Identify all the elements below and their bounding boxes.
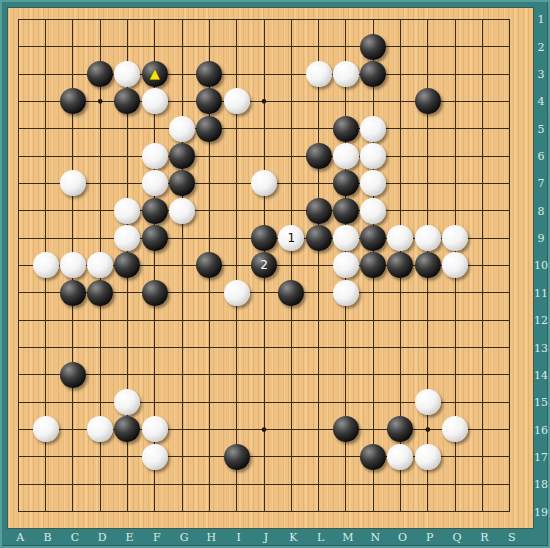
- board-intersection-D17[interactable]: [87, 443, 114, 470]
- board-intersection-F2[interactable]: [141, 33, 168, 60]
- board-intersection-K14[interactable]: [278, 361, 305, 388]
- board-intersection-J2[interactable]: [250, 33, 277, 60]
- board-intersection-K2[interactable]: [278, 33, 305, 60]
- board-intersection-L15[interactable]: [305, 388, 332, 415]
- board-intersection-E13[interactable]: [114, 334, 141, 361]
- board-intersection-P11[interactable]: [414, 279, 441, 306]
- board-intersection-N18[interactable]: [360, 470, 387, 497]
- board-intersection-J9[interactable]: [250, 224, 277, 251]
- board-intersection-N14[interactable]: [360, 361, 387, 388]
- board-intersection-K15[interactable]: [278, 388, 305, 415]
- board-intersection-Q10[interactable]: [441, 252, 468, 279]
- board-intersection-Q14[interactable]: [441, 361, 468, 388]
- board-intersection-E19[interactable]: [114, 498, 141, 525]
- board-intersection-H16[interactable]: [196, 416, 223, 443]
- board-intersection-O7[interactable]: [387, 170, 414, 197]
- board-intersection-H11[interactable]: [196, 279, 223, 306]
- board-intersection-C17[interactable]: [59, 443, 86, 470]
- board-intersection-G7[interactable]: [168, 170, 195, 197]
- board-intersection-F7[interactable]: [141, 170, 168, 197]
- board-intersection-R16[interactable]: [469, 416, 496, 443]
- board-intersection-K11[interactable]: [278, 279, 305, 306]
- board-intersection-S4[interactable]: [496, 88, 523, 115]
- board-intersection-B13[interactable]: [32, 334, 59, 361]
- board-intersection-L17[interactable]: [305, 443, 332, 470]
- board-intersection-J8[interactable]: [250, 197, 277, 224]
- board-intersection-Q16[interactable]: [441, 416, 468, 443]
- board-intersection-H13[interactable]: [196, 334, 223, 361]
- board-intersection-K3[interactable]: [278, 60, 305, 87]
- board-intersection-N2[interactable]: [360, 33, 387, 60]
- board-intersection-H9[interactable]: [196, 224, 223, 251]
- board-intersection-M12[interactable]: [332, 306, 359, 333]
- board-intersection-M14[interactable]: [332, 361, 359, 388]
- board-intersection-K17[interactable]: [278, 443, 305, 470]
- board-intersection-D15[interactable]: [87, 388, 114, 415]
- board-intersection-A10[interactable]: [5, 252, 32, 279]
- board-intersection-A14[interactable]: [5, 361, 32, 388]
- board-intersection-I2[interactable]: [223, 33, 250, 60]
- board-intersection-F15[interactable]: [141, 388, 168, 415]
- board-intersection-N8[interactable]: [360, 197, 387, 224]
- board-intersection-G1[interactable]: [168, 6, 195, 33]
- board-intersection-J1[interactable]: [250, 6, 277, 33]
- board-intersection-I6[interactable]: [223, 142, 250, 169]
- board-intersection-Q11[interactable]: [441, 279, 468, 306]
- board-intersection-L12[interactable]: [305, 306, 332, 333]
- board-intersection-M9[interactable]: [332, 224, 359, 251]
- board-intersection-C2[interactable]: [59, 33, 86, 60]
- board-intersection-P15[interactable]: [414, 388, 441, 415]
- board-intersection-I14[interactable]: [223, 361, 250, 388]
- board-intersection-R2[interactable]: [469, 33, 496, 60]
- board-intersection-O14[interactable]: [387, 361, 414, 388]
- board-intersection-S5[interactable]: [496, 115, 523, 142]
- board-intersection-N16[interactable]: [360, 416, 387, 443]
- board-intersection-L1[interactable]: [305, 6, 332, 33]
- board-intersection-P7[interactable]: [414, 170, 441, 197]
- board-intersection-A4[interactable]: [5, 88, 32, 115]
- board-intersection-S7[interactable]: [496, 170, 523, 197]
- board-intersection-O16[interactable]: [387, 416, 414, 443]
- board-intersection-R10[interactable]: [469, 252, 496, 279]
- board-intersection-P17[interactable]: [414, 443, 441, 470]
- board-intersection-H4[interactable]: [196, 88, 223, 115]
- board-intersection-C5[interactable]: [59, 115, 86, 142]
- board-intersection-Q13[interactable]: [441, 334, 468, 361]
- board-grid[interactable]: ▲12: [5, 6, 524, 526]
- board-intersection-O9[interactable]: [387, 224, 414, 251]
- board-intersection-S3[interactable]: [496, 60, 523, 87]
- board-intersection-K5[interactable]: [278, 115, 305, 142]
- board-intersection-K10[interactable]: [278, 252, 305, 279]
- board-intersection-J16[interactable]: [250, 416, 277, 443]
- board-intersection-F9[interactable]: [141, 224, 168, 251]
- board-intersection-G10[interactable]: [168, 252, 195, 279]
- board-intersection-S8[interactable]: [496, 197, 523, 224]
- board-intersection-H2[interactable]: [196, 33, 223, 60]
- board-intersection-F6[interactable]: [141, 142, 168, 169]
- board-intersection-R19[interactable]: [469, 498, 496, 525]
- board-intersection-J4[interactable]: [250, 88, 277, 115]
- board-intersection-E7[interactable]: [114, 170, 141, 197]
- board-intersection-B5[interactable]: [32, 115, 59, 142]
- board-intersection-M15[interactable]: [332, 388, 359, 415]
- board-intersection-O17[interactable]: [387, 443, 414, 470]
- board-intersection-G13[interactable]: [168, 334, 195, 361]
- board-intersection-G3[interactable]: [168, 60, 195, 87]
- board-intersection-C4[interactable]: [59, 88, 86, 115]
- board-intersection-A15[interactable]: [5, 388, 32, 415]
- board-intersection-N15[interactable]: [360, 388, 387, 415]
- board-intersection-M2[interactable]: [332, 33, 359, 60]
- board-intersection-C7[interactable]: [59, 170, 86, 197]
- board-intersection-E12[interactable]: [114, 306, 141, 333]
- board-intersection-D14[interactable]: [87, 361, 114, 388]
- board-intersection-N7[interactable]: [360, 170, 387, 197]
- board-intersection-S19[interactable]: [496, 498, 523, 525]
- board-intersection-L11[interactable]: [305, 279, 332, 306]
- board-intersection-H5[interactable]: [196, 115, 223, 142]
- board-intersection-L2[interactable]: [305, 33, 332, 60]
- board-intersection-A2[interactable]: [5, 33, 32, 60]
- board-intersection-Q1[interactable]: [441, 6, 468, 33]
- board-intersection-P12[interactable]: [414, 306, 441, 333]
- board-intersection-E11[interactable]: [114, 279, 141, 306]
- board-intersection-G2[interactable]: [168, 33, 195, 60]
- board-intersection-G18[interactable]: [168, 470, 195, 497]
- board-intersection-B4[interactable]: [32, 88, 59, 115]
- board-intersection-R9[interactable]: [469, 224, 496, 251]
- board-intersection-C6[interactable]: [59, 142, 86, 169]
- board-intersection-D12[interactable]: [87, 306, 114, 333]
- board-intersection-R5[interactable]: [469, 115, 496, 142]
- board-intersection-K9[interactable]: 1: [278, 224, 305, 251]
- board-intersection-P9[interactable]: [414, 224, 441, 251]
- board-intersection-Q18[interactable]: [441, 470, 468, 497]
- board-intersection-I4[interactable]: [223, 88, 250, 115]
- board-intersection-J11[interactable]: [250, 279, 277, 306]
- board-intersection-I18[interactable]: [223, 470, 250, 497]
- board-intersection-C16[interactable]: [59, 416, 86, 443]
- board-intersection-D8[interactable]: [87, 197, 114, 224]
- board-intersection-M19[interactable]: [332, 498, 359, 525]
- board-intersection-D1[interactable]: [87, 6, 114, 33]
- board-intersection-L13[interactable]: [305, 334, 332, 361]
- board-intersection-Q4[interactable]: [441, 88, 468, 115]
- board-intersection-F1[interactable]: [141, 6, 168, 33]
- board-intersection-E6[interactable]: [114, 142, 141, 169]
- board-intersection-I12[interactable]: [223, 306, 250, 333]
- board-intersection-A8[interactable]: [5, 197, 32, 224]
- board-intersection-B17[interactable]: [32, 443, 59, 470]
- board-intersection-L16[interactable]: [305, 416, 332, 443]
- board-intersection-S6[interactable]: [496, 142, 523, 169]
- board-intersection-N6[interactable]: [360, 142, 387, 169]
- board-intersection-B10[interactable]: [32, 252, 59, 279]
- board-intersection-Q15[interactable]: [441, 388, 468, 415]
- board-intersection-M1[interactable]: [332, 6, 359, 33]
- board-intersection-D4[interactable]: [87, 88, 114, 115]
- board-intersection-R14[interactable]: [469, 361, 496, 388]
- board-intersection-P2[interactable]: [414, 33, 441, 60]
- board-intersection-A3[interactable]: [5, 60, 32, 87]
- board-intersection-O11[interactable]: [387, 279, 414, 306]
- board-intersection-I19[interactable]: [223, 498, 250, 525]
- board-intersection-C8[interactable]: [59, 197, 86, 224]
- go-board[interactable]: ▲12: [8, 8, 533, 528]
- board-intersection-F12[interactable]: [141, 306, 168, 333]
- board-intersection-E4[interactable]: [114, 88, 141, 115]
- board-intersection-I17[interactable]: [223, 443, 250, 470]
- board-intersection-S10[interactable]: [496, 252, 523, 279]
- board-intersection-E17[interactable]: [114, 443, 141, 470]
- board-intersection-A9[interactable]: [5, 224, 32, 251]
- board-intersection-M17[interactable]: [332, 443, 359, 470]
- board-intersection-I15[interactable]: [223, 388, 250, 415]
- board-intersection-O3[interactable]: [387, 60, 414, 87]
- board-intersection-J15[interactable]: [250, 388, 277, 415]
- board-intersection-P14[interactable]: [414, 361, 441, 388]
- board-intersection-H10[interactable]: [196, 252, 223, 279]
- board-intersection-E9[interactable]: [114, 224, 141, 251]
- board-intersection-G17[interactable]: [168, 443, 195, 470]
- board-intersection-L10[interactable]: [305, 252, 332, 279]
- board-intersection-J5[interactable]: [250, 115, 277, 142]
- board-intersection-J19[interactable]: [250, 498, 277, 525]
- board-intersection-Q5[interactable]: [441, 115, 468, 142]
- board-intersection-E14[interactable]: [114, 361, 141, 388]
- board-intersection-G11[interactable]: [168, 279, 195, 306]
- board-intersection-P6[interactable]: [414, 142, 441, 169]
- board-intersection-I13[interactable]: [223, 334, 250, 361]
- board-intersection-D13[interactable]: [87, 334, 114, 361]
- board-intersection-H8[interactable]: [196, 197, 223, 224]
- board-intersection-A7[interactable]: [5, 170, 32, 197]
- board-intersection-H15[interactable]: [196, 388, 223, 415]
- board-intersection-L18[interactable]: [305, 470, 332, 497]
- board-intersection-D11[interactable]: [87, 279, 114, 306]
- board-intersection-P10[interactable]: [414, 252, 441, 279]
- board-intersection-B3[interactable]: [32, 60, 59, 87]
- board-intersection-M4[interactable]: [332, 88, 359, 115]
- board-intersection-K1[interactable]: [278, 6, 305, 33]
- board-intersection-B18[interactable]: [32, 470, 59, 497]
- board-intersection-B15[interactable]: [32, 388, 59, 415]
- board-intersection-M6[interactable]: [332, 142, 359, 169]
- board-intersection-D3[interactable]: [87, 60, 114, 87]
- board-intersection-O6[interactable]: [387, 142, 414, 169]
- board-intersection-J3[interactable]: [250, 60, 277, 87]
- board-intersection-C18[interactable]: [59, 470, 86, 497]
- board-intersection-N1[interactable]: [360, 6, 387, 33]
- board-intersection-C9[interactable]: [59, 224, 86, 251]
- board-intersection-S13[interactable]: [496, 334, 523, 361]
- board-intersection-F16[interactable]: [141, 416, 168, 443]
- board-intersection-J6[interactable]: [250, 142, 277, 169]
- board-intersection-F13[interactable]: [141, 334, 168, 361]
- board-intersection-L9[interactable]: [305, 224, 332, 251]
- board-intersection-E3[interactable]: [114, 60, 141, 87]
- board-intersection-C15[interactable]: [59, 388, 86, 415]
- board-intersection-L3[interactable]: [305, 60, 332, 87]
- board-intersection-K6[interactable]: [278, 142, 305, 169]
- board-intersection-K16[interactable]: [278, 416, 305, 443]
- board-intersection-J13[interactable]: [250, 334, 277, 361]
- board-intersection-E1[interactable]: [114, 6, 141, 33]
- board-intersection-K8[interactable]: [278, 197, 305, 224]
- board-intersection-K12[interactable]: [278, 306, 305, 333]
- board-intersection-B8[interactable]: [32, 197, 59, 224]
- board-intersection-F11[interactable]: [141, 279, 168, 306]
- board-intersection-M10[interactable]: [332, 252, 359, 279]
- board-intersection-Q19[interactable]: [441, 498, 468, 525]
- board-intersection-C11[interactable]: [59, 279, 86, 306]
- board-intersection-O15[interactable]: [387, 388, 414, 415]
- board-intersection-F14[interactable]: [141, 361, 168, 388]
- board-intersection-O13[interactable]: [387, 334, 414, 361]
- board-intersection-G9[interactable]: [168, 224, 195, 251]
- board-intersection-O2[interactable]: [387, 33, 414, 60]
- board-intersection-M11[interactable]: [332, 279, 359, 306]
- board-intersection-O19[interactable]: [387, 498, 414, 525]
- board-intersection-J18[interactable]: [250, 470, 277, 497]
- board-intersection-R13[interactable]: [469, 334, 496, 361]
- board-intersection-O1[interactable]: [387, 6, 414, 33]
- board-intersection-G6[interactable]: [168, 142, 195, 169]
- board-intersection-J17[interactable]: [250, 443, 277, 470]
- board-intersection-R1[interactable]: [469, 6, 496, 33]
- board-intersection-B1[interactable]: [32, 6, 59, 33]
- board-intersection-S11[interactable]: [496, 279, 523, 306]
- board-intersection-Q6[interactable]: [441, 142, 468, 169]
- board-intersection-I1[interactable]: [223, 6, 250, 33]
- board-intersection-N10[interactable]: [360, 252, 387, 279]
- board-intersection-R12[interactable]: [469, 306, 496, 333]
- board-intersection-H7[interactable]: [196, 170, 223, 197]
- board-intersection-S18[interactable]: [496, 470, 523, 497]
- board-intersection-B14[interactable]: [32, 361, 59, 388]
- board-intersection-H19[interactable]: [196, 498, 223, 525]
- board-intersection-F10[interactable]: [141, 252, 168, 279]
- board-intersection-B12[interactable]: [32, 306, 59, 333]
- board-intersection-G4[interactable]: [168, 88, 195, 115]
- board-intersection-N17[interactable]: [360, 443, 387, 470]
- board-intersection-F19[interactable]: [141, 498, 168, 525]
- board-intersection-C12[interactable]: [59, 306, 86, 333]
- board-intersection-M13[interactable]: [332, 334, 359, 361]
- board-intersection-D6[interactable]: [87, 142, 114, 169]
- board-intersection-Q17[interactable]: [441, 443, 468, 470]
- board-intersection-D2[interactable]: [87, 33, 114, 60]
- board-intersection-R18[interactable]: [469, 470, 496, 497]
- board-intersection-B6[interactable]: [32, 142, 59, 169]
- board-intersection-M3[interactable]: [332, 60, 359, 87]
- board-intersection-G12[interactable]: [168, 306, 195, 333]
- board-intersection-A11[interactable]: [5, 279, 32, 306]
- board-intersection-B11[interactable]: [32, 279, 59, 306]
- board-intersection-S16[interactable]: [496, 416, 523, 443]
- board-intersection-B19[interactable]: [32, 498, 59, 525]
- board-intersection-P1[interactable]: [414, 6, 441, 33]
- board-intersection-P19[interactable]: [414, 498, 441, 525]
- board-intersection-S14[interactable]: [496, 361, 523, 388]
- board-intersection-G16[interactable]: [168, 416, 195, 443]
- board-intersection-A1[interactable]: [5, 6, 32, 33]
- board-intersection-F4[interactable]: [141, 88, 168, 115]
- board-intersection-J14[interactable]: [250, 361, 277, 388]
- board-intersection-S2[interactable]: [496, 33, 523, 60]
- board-intersection-G5[interactable]: [168, 115, 195, 142]
- board-intersection-B2[interactable]: [32, 33, 59, 60]
- board-intersection-O12[interactable]: [387, 306, 414, 333]
- board-intersection-C19[interactable]: [59, 498, 86, 525]
- board-intersection-E5[interactable]: [114, 115, 141, 142]
- board-intersection-P16[interactable]: [414, 416, 441, 443]
- board-intersection-F5[interactable]: [141, 115, 168, 142]
- board-intersection-O18[interactable]: [387, 470, 414, 497]
- board-intersection-K7[interactable]: [278, 170, 305, 197]
- board-intersection-N4[interactable]: [360, 88, 387, 115]
- board-intersection-L19[interactable]: [305, 498, 332, 525]
- board-intersection-I16[interactable]: [223, 416, 250, 443]
- board-intersection-M16[interactable]: [332, 416, 359, 443]
- board-intersection-H18[interactable]: [196, 470, 223, 497]
- board-intersection-M8[interactable]: [332, 197, 359, 224]
- board-intersection-F17[interactable]: [141, 443, 168, 470]
- board-intersection-N5[interactable]: [360, 115, 387, 142]
- board-intersection-E15[interactable]: [114, 388, 141, 415]
- board-intersection-F8[interactable]: [141, 197, 168, 224]
- board-intersection-I11[interactable]: [223, 279, 250, 306]
- board-intersection-A5[interactable]: [5, 115, 32, 142]
- board-intersection-K13[interactable]: [278, 334, 305, 361]
- board-intersection-N3[interactable]: [360, 60, 387, 87]
- board-intersection-J10[interactable]: 2: [250, 252, 277, 279]
- board-intersection-E16[interactable]: [114, 416, 141, 443]
- board-intersection-J12[interactable]: [250, 306, 277, 333]
- board-intersection-P4[interactable]: [414, 88, 441, 115]
- board-intersection-H1[interactable]: [196, 6, 223, 33]
- board-intersection-I5[interactable]: [223, 115, 250, 142]
- board-intersection-I3[interactable]: [223, 60, 250, 87]
- board-intersection-D16[interactable]: [87, 416, 114, 443]
- board-intersection-D9[interactable]: [87, 224, 114, 251]
- board-intersection-O4[interactable]: [387, 88, 414, 115]
- board-intersection-H17[interactable]: [196, 443, 223, 470]
- board-intersection-D5[interactable]: [87, 115, 114, 142]
- board-intersection-C13[interactable]: [59, 334, 86, 361]
- board-intersection-L14[interactable]: [305, 361, 332, 388]
- board-intersection-K19[interactable]: [278, 498, 305, 525]
- board-intersection-A13[interactable]: [5, 334, 32, 361]
- board-intersection-P5[interactable]: [414, 115, 441, 142]
- board-intersection-E8[interactable]: [114, 197, 141, 224]
- board-intersection-M5[interactable]: [332, 115, 359, 142]
- board-intersection-F3[interactable]: ▲: [141, 60, 168, 87]
- board-intersection-O5[interactable]: [387, 115, 414, 142]
- board-intersection-R17[interactable]: [469, 443, 496, 470]
- board-intersection-M7[interactable]: [332, 170, 359, 197]
- board-intersection-S12[interactable]: [496, 306, 523, 333]
- board-intersection-G19[interactable]: [168, 498, 195, 525]
- board-intersection-Q9[interactable]: [441, 224, 468, 251]
- board-intersection-A18[interactable]: [5, 470, 32, 497]
- board-intersection-D7[interactable]: [87, 170, 114, 197]
- board-intersection-R4[interactable]: [469, 88, 496, 115]
- board-intersection-D19[interactable]: [87, 498, 114, 525]
- board-intersection-E18[interactable]: [114, 470, 141, 497]
